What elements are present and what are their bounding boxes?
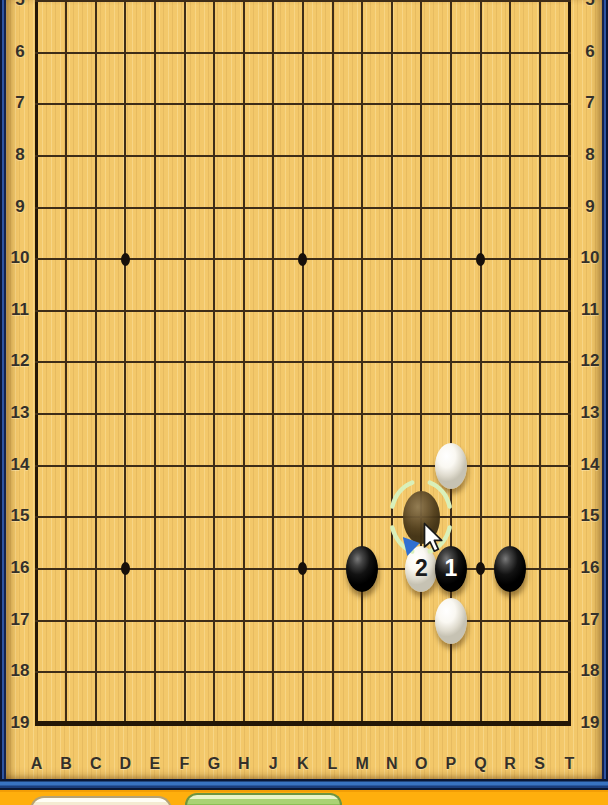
row-label-left-12: 12 [7, 351, 33, 371]
row-label-left-17: 17 [7, 610, 33, 630]
row-label-left-8: 8 [7, 145, 33, 165]
column-label-T: T [558, 751, 580, 777]
row-label-right-19: 19 [577, 713, 603, 733]
column-label-R: R [499, 751, 521, 777]
row-label-right-18: 18 [577, 661, 603, 681]
go-app-screen: 5566778899101011111212131314141515161617… [0, 0, 608, 805]
column-label-E: E [144, 751, 166, 777]
grid-line-horizontal-14 [35, 465, 571, 467]
column-label-L: L [322, 751, 344, 777]
grid-line-horizontal-13 [35, 413, 571, 415]
row-label-right-10: 10 [577, 248, 603, 268]
grid-line-horizontal-12 [35, 361, 571, 363]
column-label-B: B [55, 751, 77, 777]
footer-button-right[interactable] [185, 793, 342, 805]
row-label-right-13: 13 [577, 403, 603, 423]
grid-line-horizontal-18 [35, 671, 571, 673]
row-label-left-5: 5 [7, 0, 33, 10]
row-label-right-16: 16 [577, 558, 603, 578]
row-label-left-13: 13 [7, 403, 33, 423]
footer-bar [0, 790, 608, 805]
row-label-left-19: 19 [7, 713, 33, 733]
grid-line-horizontal-6 [35, 52, 571, 54]
row-label-right-15: 15 [577, 506, 603, 526]
row-label-right-6: 6 [577, 42, 603, 62]
mouse-cursor-icon [423, 522, 445, 559]
row-label-left-6: 6 [7, 42, 33, 62]
row-label-right-17: 17 [577, 610, 603, 630]
column-label-A: A [26, 751, 48, 777]
row-label-left-11: 11 [7, 300, 33, 320]
grid-line-horizontal-5 [35, 0, 571, 2]
column-label-Q: Q [470, 751, 492, 777]
column-label-D: D [114, 751, 136, 777]
grid-line-horizontal-15 [35, 516, 571, 518]
column-label-J: J [262, 751, 284, 777]
row-label-left-18: 18 [7, 661, 33, 681]
stone-black-M16 [346, 546, 378, 592]
column-label-F: F [174, 751, 196, 777]
column-label-S: S [529, 751, 551, 777]
star-point-D10 [121, 253, 130, 266]
grid-line-horizontal-9 [35, 207, 571, 209]
row-label-right-5: 5 [577, 0, 603, 10]
footer-button-left[interactable] [30, 796, 172, 805]
row-label-right-8: 8 [577, 145, 603, 165]
column-label-O: O [410, 751, 432, 777]
grid-line-horizontal-11 [35, 310, 571, 312]
stone-black-R16 [494, 546, 526, 592]
stone-white-P17 [435, 598, 467, 644]
row-label-left-7: 7 [7, 93, 33, 113]
column-label-H: H [233, 751, 255, 777]
column-label-K: K [292, 751, 314, 777]
board-frame-bottom-edge [0, 779, 608, 790]
row-label-left-10: 10 [7, 248, 33, 268]
row-label-right-9: 9 [577, 197, 603, 217]
row-label-left-15: 15 [7, 506, 33, 526]
row-label-left-14: 14 [7, 455, 33, 475]
column-label-N: N [381, 751, 403, 777]
row-label-right-7: 7 [577, 93, 603, 113]
grid-line-horizontal-7 [35, 103, 571, 105]
row-label-left-16: 16 [7, 558, 33, 578]
row-label-right-12: 12 [577, 351, 603, 371]
grid-line-horizontal-17 [35, 620, 571, 622]
column-label-C: C [85, 751, 107, 777]
row-label-right-14: 14 [577, 455, 603, 475]
row-label-left-9: 9 [7, 197, 33, 217]
grid-line-horizontal-8 [35, 155, 571, 157]
column-label-G: G [203, 751, 225, 777]
left-frame-strip [0, 0, 6, 779]
column-label-P: P [440, 751, 462, 777]
grid-line-horizontal-19 [35, 721, 571, 726]
row-label-right-11: 11 [577, 300, 603, 320]
column-label-M: M [351, 751, 373, 777]
star-point-Q10 [476, 253, 485, 266]
